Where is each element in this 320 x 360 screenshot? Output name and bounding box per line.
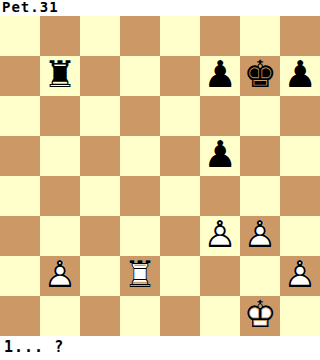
square-f6[interactable] [200, 96, 240, 136]
black-pawn[interactable]: ♟ [280, 56, 320, 96]
square-a5[interactable] [0, 136, 40, 176]
square-h7[interactable]: ♟ [280, 56, 320, 96]
square-f7[interactable]: ♟ [200, 56, 240, 96]
black-pawn[interactable]: ♟ [200, 136, 240, 176]
square-d7[interactable] [120, 56, 160, 96]
square-c7[interactable] [80, 56, 120, 96]
square-c1[interactable] [80, 296, 120, 336]
square-h4[interactable] [280, 176, 320, 216]
square-b6[interactable] [40, 96, 80, 136]
square-a8[interactable] [0, 16, 40, 56]
square-c2[interactable] [80, 256, 120, 296]
square-e6[interactable] [160, 96, 200, 136]
square-a1[interactable] [0, 296, 40, 336]
white-pawn-outline: ♙ [280, 254, 320, 294]
square-c4[interactable] [80, 176, 120, 216]
square-b2[interactable]: ♟♙ [40, 256, 80, 296]
square-b3[interactable] [40, 216, 80, 256]
black-king[interactable]: ♚ [240, 56, 280, 96]
black-rook[interactable]: ♜ [40, 56, 80, 96]
square-e2[interactable] [160, 256, 200, 296]
square-f8[interactable] [200, 16, 240, 56]
square-b8[interactable] [40, 16, 80, 56]
square-c5[interactable] [80, 136, 120, 176]
square-h2[interactable]: ♟♙ [280, 256, 320, 296]
square-b1[interactable] [40, 296, 80, 336]
square-h6[interactable] [280, 96, 320, 136]
diagram-title: Pet.31 [0, 0, 320, 16]
square-b5[interactable] [40, 136, 80, 176]
white-pawn[interactable]: ♟♙ [40, 256, 80, 296]
square-g2[interactable] [240, 256, 280, 296]
square-a3[interactable] [0, 216, 40, 256]
square-d8[interactable] [120, 16, 160, 56]
square-c6[interactable] [80, 96, 120, 136]
white-rook[interactable]: ♜♖ [120, 256, 160, 296]
white-king-outline: ♔ [240, 294, 280, 334]
square-f5[interactable]: ♟ [200, 136, 240, 176]
chess-diagram-page: Pet.31 ♜♟♚♟♟♟♙♟♙♟♙♜♖♟♙♚♔ 1... ? [0, 0, 320, 360]
square-a2[interactable] [0, 256, 40, 296]
white-pawn[interactable]: ♟♙ [240, 216, 280, 256]
square-b4[interactable] [40, 176, 80, 216]
square-d3[interactable] [120, 216, 160, 256]
square-c8[interactable] [80, 16, 120, 56]
square-g7[interactable]: ♚ [240, 56, 280, 96]
square-f3[interactable]: ♟♙ [200, 216, 240, 256]
square-a7[interactable] [0, 56, 40, 96]
square-a6[interactable] [0, 96, 40, 136]
square-d6[interactable] [120, 96, 160, 136]
square-e4[interactable] [160, 176, 200, 216]
square-g4[interactable] [240, 176, 280, 216]
black-pawn-glyph: ♟ [200, 54, 240, 94]
square-e5[interactable] [160, 136, 200, 176]
square-d5[interactable] [120, 136, 160, 176]
square-g3[interactable]: ♟♙ [240, 216, 280, 256]
white-pawn[interactable]: ♟♙ [280, 256, 320, 296]
square-g1[interactable]: ♚♔ [240, 296, 280, 336]
square-d2[interactable]: ♜♖ [120, 256, 160, 296]
square-h3[interactable] [280, 216, 320, 256]
black-pawn-glyph: ♟ [200, 134, 240, 174]
square-f4[interactable] [200, 176, 240, 216]
square-e1[interactable] [160, 296, 200, 336]
white-pawn-outline: ♙ [240, 214, 280, 254]
square-h5[interactable] [280, 136, 320, 176]
chess-board: ♜♟♚♟♟♟♙♟♙♟♙♜♖♟♙♚♔ [0, 16, 320, 336]
black-pawn-glyph: ♟ [280, 54, 320, 94]
square-g5[interactable] [240, 136, 280, 176]
square-b7[interactable]: ♜ [40, 56, 80, 96]
square-e7[interactable] [160, 56, 200, 96]
square-f2[interactable] [200, 256, 240, 296]
square-d4[interactable] [120, 176, 160, 216]
square-f1[interactable] [200, 296, 240, 336]
square-e3[interactable] [160, 216, 200, 256]
white-pawn-outline: ♙ [200, 214, 240, 254]
square-g8[interactable] [240, 16, 280, 56]
black-rook-glyph: ♜ [40, 54, 80, 94]
square-e8[interactable] [160, 16, 200, 56]
black-pawn[interactable]: ♟ [200, 56, 240, 96]
white-rook-outline: ♖ [120, 254, 160, 294]
square-d1[interactable] [120, 296, 160, 336]
square-h8[interactable] [280, 16, 320, 56]
white-pawn[interactable]: ♟♙ [200, 216, 240, 256]
white-king[interactable]: ♚♔ [240, 296, 280, 336]
move-prompt: 1... ? [0, 336, 320, 360]
white-pawn-outline: ♙ [40, 254, 80, 294]
square-g6[interactable] [240, 96, 280, 136]
square-a4[interactable] [0, 176, 40, 216]
black-king-glyph: ♚ [240, 54, 280, 94]
square-c3[interactable] [80, 216, 120, 256]
square-h1[interactable] [280, 296, 320, 336]
